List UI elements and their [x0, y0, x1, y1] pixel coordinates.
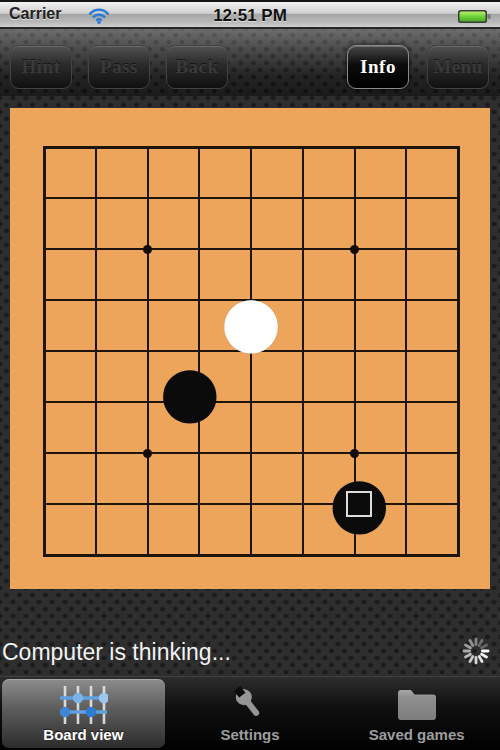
- status-message: Computer is thinking...: [2, 639, 231, 666]
- tab-saved-games[interactable]: Saved games: [335, 679, 498, 748]
- star-point: [350, 449, 359, 458]
- star-point: [143, 245, 152, 254]
- clock-label: 12:51 PM: [0, 6, 500, 26]
- menu-button[interactable]: Menu: [427, 45, 489, 89]
- app-screen: Carrier 12:51 PM H: [0, 0, 500, 750]
- info-button[interactable]: Info: [347, 45, 409, 89]
- star-point: [143, 449, 152, 458]
- status-bar: Carrier 12:51 PM: [0, 0, 500, 29]
- mini-go-board-icon: [58, 683, 108, 727]
- tab-settings-label: Settings: [220, 726, 279, 743]
- white-stone: ●: [220, 286, 281, 356]
- star-point: [350, 245, 359, 254]
- tab-settings[interactable]: Settings: [169, 679, 332, 748]
- toolbar: Hint Pass Back Info Menu: [0, 29, 500, 96]
- tab-board-view[interactable]: Board view: [2, 679, 165, 748]
- tab-bar: Board view Settings: [0, 676, 500, 750]
- pass-button[interactable]: Pass: [88, 45, 150, 89]
- hint-button[interactable]: Hint: [10, 45, 72, 89]
- tab-saved-games-label: Saved games: [369, 726, 465, 743]
- last-move-marker: [346, 491, 372, 517]
- wrench-icon: [231, 683, 269, 727]
- tab-board-view-label: Board view: [43, 726, 123, 743]
- back-button[interactable]: Back: [166, 45, 228, 89]
- go-board[interactable]: ●●●: [10, 108, 490, 589]
- battery-icon: [457, 8, 493, 29]
- status-row: Computer is thinking...: [0, 629, 500, 676]
- activity-spinner-icon: [461, 636, 491, 670]
- intersection-grid: ●●●: [18, 122, 484, 581]
- folder-icon: [395, 683, 439, 727]
- black-stone: ●: [159, 356, 220, 426]
